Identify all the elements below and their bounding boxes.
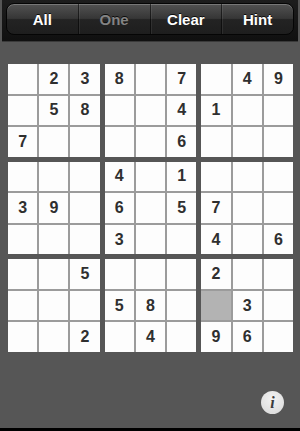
- cell-r5c9[interactable]: [264, 193, 293, 223]
- box-7: 52: [8, 259, 100, 352]
- cell-r4c6[interactable]: 1: [167, 162, 196, 192]
- cell-r8c9[interactable]: [264, 291, 293, 321]
- clear-button[interactable]: Clear: [150, 4, 222, 34]
- cell-r4c5[interactable]: [136, 162, 165, 192]
- info-icon[interactable]: i: [261, 391, 284, 414]
- box-2: 8746: [105, 64, 197, 157]
- cell-r5c5[interactable]: [136, 193, 165, 223]
- cell-r2c1[interactable]: [8, 96, 37, 126]
- cell-r9c4[interactable]: [105, 322, 134, 352]
- cell-r5c6[interactable]: 5: [167, 193, 196, 223]
- cell-r1c5[interactable]: [136, 64, 165, 94]
- cell-r1c4[interactable]: 8: [105, 64, 134, 94]
- cell-r5c8[interactable]: [233, 193, 262, 223]
- cell-r9c5[interactable]: 4: [136, 322, 165, 352]
- cell-r6c8[interactable]: [233, 225, 262, 255]
- cell-r8c3[interactable]: [70, 291, 99, 321]
- cell-r4c8[interactable]: [233, 162, 262, 192]
- box-4: 39: [8, 162, 100, 255]
- cell-r7c8[interactable]: [233, 259, 262, 289]
- cell-r7c1[interactable]: [8, 259, 37, 289]
- cell-r6c5[interactable]: [136, 225, 165, 255]
- cell-r6c4[interactable]: 3: [105, 225, 134, 255]
- cell-r6c2[interactable]: [39, 225, 68, 255]
- cell-r4c2[interactable]: [39, 162, 68, 192]
- cell-r7c3[interactable]: 5: [70, 259, 99, 289]
- all-button[interactable]: All: [7, 4, 78, 34]
- sudoku-app: { "game": "sudoku", "position": "0238070…: [0, 0, 300, 431]
- cell-r2c3[interactable]: 8: [70, 96, 99, 126]
- cell-r7c5[interactable]: [136, 259, 165, 289]
- cell-r9c8[interactable]: 6: [233, 322, 262, 352]
- cell-r2c4[interactable]: [105, 96, 134, 126]
- cell-r6c3[interactable]: [70, 225, 99, 255]
- cell-r3c6[interactable]: 6: [167, 127, 196, 157]
- cell-r1c3[interactable]: 3: [70, 64, 99, 94]
- cell-r2c7[interactable]: 1: [201, 96, 230, 126]
- cell-r9c9[interactable]: [264, 322, 293, 352]
- cell-r3c3[interactable]: [70, 127, 99, 157]
- cell-r7c7[interactable]: 2: [201, 259, 230, 289]
- box-9: 2396: [201, 259, 293, 352]
- hint-button[interactable]: Hint: [221, 4, 293, 34]
- cell-r2c2[interactable]: 5: [39, 96, 68, 126]
- cell-r8c8[interactable]: 3: [233, 291, 262, 321]
- cell-r1c7[interactable]: [201, 64, 230, 94]
- box-1: 23587: [8, 64, 100, 157]
- cell-r5c7[interactable]: 7: [201, 193, 230, 223]
- box-8: 584: [105, 259, 197, 352]
- cell-r4c9[interactable]: [264, 162, 293, 192]
- cell-r7c2[interactable]: [39, 259, 68, 289]
- cell-r5c3[interactable]: [70, 193, 99, 223]
- sudoku-board: 2358787464913941653746525842396: [8, 64, 293, 352]
- cell-r7c4[interactable]: [105, 259, 134, 289]
- cell-r5c4[interactable]: 6: [105, 193, 134, 223]
- cell-r1c9[interactable]: 9: [264, 64, 293, 94]
- cell-r6c9[interactable]: 6: [264, 225, 293, 255]
- cell-r1c1[interactable]: [8, 64, 37, 94]
- cell-r5c2[interactable]: 9: [39, 193, 68, 223]
- cell-r3c7[interactable]: [201, 127, 230, 157]
- cell-r8c7[interactable]: [201, 291, 230, 321]
- one-button[interactable]: One: [78, 4, 150, 34]
- cell-r8c2[interactable]: [39, 291, 68, 321]
- cell-r9c2[interactable]: [39, 322, 68, 352]
- cell-r8c6[interactable]: [167, 291, 196, 321]
- cell-r6c1[interactable]: [8, 225, 37, 255]
- cell-r3c4[interactable]: [105, 127, 134, 157]
- toolbar: All One Clear Hint: [2, 0, 298, 42]
- box-6: 746: [201, 162, 293, 255]
- cell-r9c3[interactable]: 2: [70, 322, 99, 352]
- cell-r3c5[interactable]: [136, 127, 165, 157]
- segmented-control: All One Clear Hint: [6, 3, 294, 35]
- cell-r4c4[interactable]: 4: [105, 162, 134, 192]
- cell-r8c4[interactable]: 5: [105, 291, 134, 321]
- cell-r3c1[interactable]: 7: [8, 127, 37, 157]
- cell-r4c3[interactable]: [70, 162, 99, 192]
- cell-r8c5[interactable]: 8: [136, 291, 165, 321]
- cell-r6c7[interactable]: 4: [201, 225, 230, 255]
- box-5: 41653: [105, 162, 197, 255]
- cell-r5c1[interactable]: 3: [8, 193, 37, 223]
- cell-r2c6[interactable]: 4: [167, 96, 196, 126]
- box-3: 491: [201, 64, 293, 157]
- cell-r2c5[interactable]: [136, 96, 165, 126]
- cell-r7c9[interactable]: [264, 259, 293, 289]
- cell-r3c8[interactable]: [233, 127, 262, 157]
- cell-r9c6[interactable]: [167, 322, 196, 352]
- cell-r1c6[interactable]: 7: [167, 64, 196, 94]
- cell-r7c6[interactable]: [167, 259, 196, 289]
- cell-r3c2[interactable]: [39, 127, 68, 157]
- cell-r1c8[interactable]: 4: [233, 64, 262, 94]
- cell-r8c1[interactable]: [8, 291, 37, 321]
- cell-r3c9[interactable]: [264, 127, 293, 157]
- cell-r2c9[interactable]: [264, 96, 293, 126]
- cell-r9c1[interactable]: [8, 322, 37, 352]
- cell-r9c7[interactable]: 9: [201, 322, 230, 352]
- cell-r2c8[interactable]: [233, 96, 262, 126]
- cell-r6c6[interactable]: [167, 225, 196, 255]
- cell-r4c1[interactable]: [8, 162, 37, 192]
- cell-r4c7[interactable]: [201, 162, 230, 192]
- cell-r1c2[interactable]: 2: [39, 64, 68, 94]
